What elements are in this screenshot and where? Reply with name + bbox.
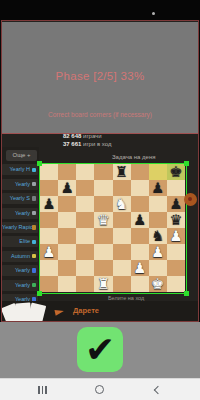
square-h6[interactable]: ♟ xyxy=(167,196,185,212)
square-g7[interactable]: ♟ xyxy=(149,180,167,196)
checkmark-icon: ✔ xyxy=(85,329,115,370)
piece-black-p-g7: ♟ xyxy=(149,180,167,196)
square-a1[interactable] xyxy=(40,276,58,292)
home-button[interactable] xyxy=(85,379,115,400)
recent-apps-button[interactable] xyxy=(28,379,58,400)
square-e6[interactable]: ♞ xyxy=(113,196,131,212)
confirm-panel: ✔ xyxy=(0,322,200,378)
square-c7[interactable] xyxy=(76,180,94,196)
square-a7[interactable] xyxy=(40,180,58,196)
site-footer: Дарете xyxy=(2,301,199,322)
square-g8[interactable] xyxy=(149,164,167,180)
square-c8[interactable] xyxy=(76,164,94,180)
square-h4[interactable]: ♟ xyxy=(167,228,185,244)
square-f2[interactable]: ♟ xyxy=(131,260,149,276)
square-f8[interactable] xyxy=(131,164,149,180)
square-a6[interactable]: ♟ xyxy=(40,196,58,212)
square-g4[interactable]: ♞ xyxy=(149,228,167,244)
trophy-icon xyxy=(32,254,37,259)
square-e1[interactable] xyxy=(113,276,131,292)
sidebar-item-7[interactable]: Yearly xyxy=(2,265,38,276)
sidebar-item-4[interactable]: Yearly Rapid xyxy=(2,222,38,233)
scan-overlay-panel: Phase [2/5] 33% Correct board corners (i… xyxy=(2,22,198,134)
square-g2[interactable] xyxy=(149,260,167,276)
square-e4[interactable] xyxy=(113,228,131,244)
square-d3[interactable] xyxy=(94,244,112,260)
piece-black-p-a6: ♟ xyxy=(40,196,58,212)
square-h8[interactable]: ♚ xyxy=(167,164,185,180)
square-b7[interactable]: ♟ xyxy=(58,180,76,196)
square-h2[interactable] xyxy=(167,260,185,276)
piece-white-p-a3: ♟ xyxy=(40,244,58,260)
bolt-icon xyxy=(32,182,37,187)
front-camera-dot xyxy=(152,12,155,15)
piece-white-p-h4: ♟ xyxy=(167,228,185,244)
square-f7[interactable] xyxy=(131,180,149,196)
side-handle-dot[interactable] xyxy=(184,193,197,206)
piece-black-r-e8: ♜ xyxy=(113,164,131,180)
android-navbar xyxy=(0,378,200,400)
recent-apps-icon xyxy=(38,386,47,394)
square-d8[interactable] xyxy=(94,164,112,180)
camera-scan-region: 82 648 играчи 37 661 игри в ход Задача н… xyxy=(1,20,199,322)
knight-icon xyxy=(32,196,37,201)
square-g6[interactable] xyxy=(149,196,167,212)
square-b1[interactable] xyxy=(58,276,76,292)
square-d4[interactable] xyxy=(94,228,112,244)
square-a8[interactable] xyxy=(40,164,58,180)
square-e5[interactable] xyxy=(113,212,131,228)
knight-icon xyxy=(32,211,37,216)
square-c6[interactable] xyxy=(76,196,94,212)
square-e7[interactable] xyxy=(113,180,131,196)
square-h5[interactable]: ♛ xyxy=(167,212,185,228)
piece-black-p-f5: ♟ xyxy=(131,212,149,228)
instruction-text: Correct board corners (if necessary) xyxy=(2,111,198,118)
piece-white-n-e6: ♞ xyxy=(113,196,131,212)
square-d7[interactable] xyxy=(94,180,112,196)
square-f3[interactable] xyxy=(131,244,149,260)
status-bar xyxy=(0,0,200,20)
square-e3[interactable] xyxy=(113,244,131,260)
square-g5[interactable] xyxy=(149,212,167,228)
board-corner-handle-tl[interactable] xyxy=(37,161,42,166)
square-a4[interactable] xyxy=(40,228,58,244)
square-f4[interactable] xyxy=(131,228,149,244)
board-corner-handle-br[interactable] xyxy=(184,291,189,296)
piece-white-q-d5: ♛ xyxy=(94,212,112,228)
sidebar-item-8[interactable]: Yearly xyxy=(2,280,38,291)
square-h1[interactable] xyxy=(167,276,185,292)
daily-puzzle-label: Задача на деня xyxy=(112,154,156,160)
back-icon xyxy=(154,385,162,393)
square-c3[interactable] xyxy=(76,244,94,260)
square-d1[interactable]: ♜ xyxy=(94,276,112,292)
board-corner-handle-tr[interactable] xyxy=(184,161,189,166)
card-fan-icon xyxy=(27,302,46,322)
confirm-button[interactable]: ✔ xyxy=(77,327,123,372)
square-f5[interactable]: ♟ xyxy=(131,212,149,228)
piece-black-p-h6: ♟ xyxy=(167,196,185,212)
more-button[interactable]: Още + xyxy=(6,150,37,161)
square-c2[interactable] xyxy=(76,260,94,276)
bolt-icon xyxy=(32,168,37,173)
tournament-sidebar: Още + Yearly HYearlyYearly SYearlyYearly… xyxy=(2,147,39,322)
square-g3[interactable]: ♟ xyxy=(149,244,167,260)
badge-icon xyxy=(32,283,37,288)
piece-white-k-g1: ♚ xyxy=(149,276,167,292)
bolt-icon xyxy=(32,240,37,245)
piece-black-q-h5: ♛ xyxy=(167,212,185,228)
square-b5[interactable] xyxy=(58,212,76,228)
phase-progress-text: Phase [2/5] 33% xyxy=(2,70,198,82)
square-b2[interactable] xyxy=(58,260,76,276)
games-stat: 37 661 игри в ход xyxy=(63,141,111,147)
square-b6[interactable] xyxy=(58,196,76,212)
square-b8[interactable] xyxy=(58,164,76,180)
sidebar-item-5[interactable]: Elite xyxy=(2,236,38,247)
badge-icon xyxy=(32,268,37,273)
sidebar-item-2[interactable]: Yearly S xyxy=(2,193,38,204)
square-b4[interactable] xyxy=(58,228,76,244)
square-c1[interactable] xyxy=(76,276,94,292)
square-c5[interactable] xyxy=(76,212,94,228)
square-d5[interactable]: ♛ xyxy=(94,212,112,228)
square-e8[interactable]: ♜ xyxy=(113,164,131,180)
back-button[interactable] xyxy=(142,379,172,400)
sidebar-item-6[interactable]: Autumn xyxy=(2,251,38,262)
square-d6[interactable] xyxy=(94,196,112,212)
square-e2[interactable] xyxy=(113,260,131,276)
square-h3[interactable] xyxy=(167,244,185,260)
phone-screen: 82 648 играчи 37 661 игри в ход Задача н… xyxy=(0,0,200,400)
square-a5[interactable] xyxy=(40,212,58,228)
square-b3[interactable] xyxy=(58,244,76,260)
board-corner-handle-bl[interactable] xyxy=(37,291,42,296)
clock-icon xyxy=(32,225,37,230)
sidebar-item-0[interactable]: Yearly H xyxy=(2,164,38,175)
piece-white-r-d1: ♜ xyxy=(94,276,112,292)
piece-white-p-f2: ♟ xyxy=(131,260,149,276)
piece-white-p-g3: ♟ xyxy=(149,244,167,260)
piece-black-k-h8: ♚ xyxy=(167,164,185,180)
square-f1[interactable] xyxy=(131,276,149,292)
home-icon xyxy=(95,385,104,394)
chess-board[interactable]: ♜♚♟♟♟♞♟♛♟♛♞♟♟♟♟♜♚ xyxy=(39,163,187,294)
donate-arrow-icon xyxy=(54,308,64,316)
square-h7[interactable] xyxy=(167,180,185,196)
piece-black-n-g4: ♞ xyxy=(149,228,167,244)
piece-black-p-b7: ♟ xyxy=(58,180,76,196)
square-a3[interactable]: ♟ xyxy=(40,244,58,260)
square-g1[interactable]: ♚ xyxy=(149,276,167,292)
square-a2[interactable] xyxy=(40,260,58,276)
square-c4[interactable] xyxy=(76,228,94,244)
donate-link[interactable]: Дарете xyxy=(73,306,99,315)
sidebar-item-3[interactable]: Yearly xyxy=(2,208,38,219)
square-f6[interactable] xyxy=(131,196,149,212)
sidebar-item-1[interactable]: Yearly xyxy=(2,179,38,190)
square-d2[interactable] xyxy=(94,260,112,276)
